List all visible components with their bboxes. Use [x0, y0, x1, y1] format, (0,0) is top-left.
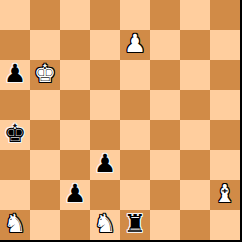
square-b2[interactable] [30, 180, 60, 210]
square-e8[interactable] [120, 0, 150, 30]
square-d7[interactable] [90, 30, 120, 60]
square-d3[interactable]: ♟ [90, 150, 120, 180]
square-g2[interactable] [180, 180, 210, 210]
square-c4[interactable] [60, 120, 90, 150]
square-c5[interactable] [60, 90, 90, 120]
chess-board: ♟♟♚♚♟♟♝♞♞♜ [0, 0, 240, 240]
square-d6[interactable] [90, 60, 120, 90]
square-h1[interactable] [210, 210, 240, 240]
square-e6[interactable] [120, 60, 150, 90]
square-c3[interactable] [60, 150, 90, 180]
square-g4[interactable] [180, 120, 210, 150]
square-a6[interactable]: ♟ [0, 60, 30, 90]
square-a5[interactable] [0, 90, 30, 120]
square-a8[interactable] [0, 0, 30, 30]
square-f4[interactable] [150, 120, 180, 150]
square-g3[interactable] [180, 150, 210, 180]
square-f3[interactable] [150, 150, 180, 180]
square-c8[interactable] [60, 0, 90, 30]
square-b7[interactable] [30, 30, 60, 60]
square-f2[interactable] [150, 180, 180, 210]
square-e1[interactable]: ♜ [120, 210, 150, 240]
square-f6[interactable] [150, 60, 180, 90]
square-b3[interactable] [30, 150, 60, 180]
square-e5[interactable] [120, 90, 150, 120]
square-f8[interactable] [150, 0, 180, 30]
square-d1[interactable]: ♞ [90, 210, 120, 240]
square-g5[interactable] [180, 90, 210, 120]
square-g8[interactable] [180, 0, 210, 30]
square-c7[interactable] [60, 30, 90, 60]
square-a1[interactable]: ♞ [0, 210, 30, 240]
square-e7[interactable]: ♟ [120, 30, 150, 60]
white-knight[interactable]: ♞ [4, 209, 26, 239]
square-a2[interactable] [0, 180, 30, 210]
black-pawn[interactable]: ♟ [4, 59, 26, 89]
square-h7[interactable] [210, 30, 240, 60]
square-g1[interactable] [180, 210, 210, 240]
square-b5[interactable] [30, 90, 60, 120]
square-e2[interactable] [120, 180, 150, 210]
square-c6[interactable] [60, 60, 90, 90]
black-pawn[interactable]: ♟ [64, 179, 86, 209]
square-b6[interactable]: ♚ [30, 60, 60, 90]
square-h3[interactable] [210, 150, 240, 180]
square-h6[interactable] [210, 60, 240, 90]
white-bishop[interactable]: ♝ [214, 179, 236, 209]
square-e3[interactable] [120, 150, 150, 180]
chess-board-frame: ♟♟♚♚♟♟♝♞♞♜ [0, 0, 242, 242]
black-rook[interactable]: ♜ [124, 209, 146, 239]
square-c1[interactable] [60, 210, 90, 240]
square-b4[interactable] [30, 120, 60, 150]
black-king[interactable]: ♚ [4, 119, 26, 149]
square-h4[interactable] [210, 120, 240, 150]
square-f7[interactable] [150, 30, 180, 60]
white-pawn[interactable]: ♟ [124, 29, 146, 59]
square-b8[interactable] [30, 0, 60, 30]
square-c2[interactable]: ♟ [60, 180, 90, 210]
square-f1[interactable] [150, 210, 180, 240]
square-f5[interactable] [150, 90, 180, 120]
black-pawn[interactable]: ♟ [94, 149, 116, 179]
square-h5[interactable] [210, 90, 240, 120]
square-d4[interactable] [90, 120, 120, 150]
square-d5[interactable] [90, 90, 120, 120]
white-king[interactable]: ♚ [34, 59, 56, 89]
square-a7[interactable] [0, 30, 30, 60]
square-g6[interactable] [180, 60, 210, 90]
white-knight[interactable]: ♞ [94, 209, 116, 239]
square-d8[interactable] [90, 0, 120, 30]
square-a3[interactable] [0, 150, 30, 180]
square-h8[interactable] [210, 0, 240, 30]
square-h2[interactable]: ♝ [210, 180, 240, 210]
square-b1[interactable] [30, 210, 60, 240]
square-g7[interactable] [180, 30, 210, 60]
square-a4[interactable]: ♚ [0, 120, 30, 150]
square-e4[interactable] [120, 120, 150, 150]
square-d2[interactable] [90, 180, 120, 210]
